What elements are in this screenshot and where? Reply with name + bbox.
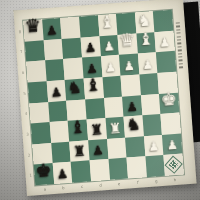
square-a2 <box>32 143 52 165</box>
photo-scene: ♛♟♝♞♟♟♛♝♟♟♟♟♟♟♞♝♟♚♝♜♜♞♜♟♟♟♚♟abcdefgh8765… <box>0 0 200 200</box>
square-h3 <box>161 113 181 135</box>
square-f6 <box>119 54 139 76</box>
square-d7 <box>80 36 100 58</box>
square-b5 <box>46 80 66 102</box>
square-a1 <box>34 163 54 185</box>
square-e5 <box>102 76 122 98</box>
square-c1 <box>71 161 91 183</box>
square-g4 <box>141 94 161 116</box>
rank-label-1: 1 <box>27 173 33 178</box>
square-h6 <box>156 51 176 73</box>
square-c7 <box>62 37 82 59</box>
square-d6 <box>82 56 102 78</box>
square-c3 <box>68 120 88 142</box>
square-f4 <box>122 95 142 117</box>
square-f1 <box>127 157 147 179</box>
square-d5 <box>83 77 103 99</box>
square-c8 <box>60 17 80 39</box>
rank-label-6: 6 <box>20 70 26 75</box>
chess-board-mat: ♛♟♝♞♟♟♛♝♟♟♟♟♟♟♞♝♟♚♝♜♜♞♜♟♟♟♚♟abcdefgh8765… <box>13 0 196 196</box>
file-label-b: b <box>54 185 73 191</box>
file-label-h: h <box>165 176 184 182</box>
square-e4 <box>104 96 124 118</box>
square-d8 <box>79 15 99 37</box>
square-g8 <box>135 11 155 33</box>
square-d1 <box>89 159 109 181</box>
square-d2 <box>88 139 108 161</box>
square-b4 <box>48 100 68 122</box>
square-f8 <box>116 13 136 35</box>
rank-label-4: 4 <box>23 111 29 116</box>
square-g3 <box>142 114 162 136</box>
square-a4 <box>29 102 49 124</box>
square-c4 <box>66 99 86 121</box>
square-g6 <box>138 52 158 74</box>
square-b2 <box>51 141 71 163</box>
square-e3 <box>105 117 125 139</box>
square-c2 <box>69 140 89 162</box>
square-d3 <box>86 118 106 140</box>
file-label-a: a <box>35 186 54 192</box>
rank-label-5: 5 <box>21 90 27 95</box>
square-g1 <box>145 155 165 177</box>
square-a6 <box>26 61 46 83</box>
file-label-f: f <box>128 179 147 185</box>
square-a7 <box>25 40 45 62</box>
square-h1 <box>164 154 184 176</box>
square-g2 <box>144 135 164 157</box>
square-h5 <box>158 72 178 94</box>
square-d4 <box>85 98 105 120</box>
square-g5 <box>139 73 159 95</box>
square-e6 <box>101 55 121 77</box>
rank-label-3: 3 <box>24 131 30 136</box>
square-b8 <box>42 18 62 40</box>
square-e2 <box>107 137 127 159</box>
rank-label-8: 8 <box>17 29 23 34</box>
square-g7 <box>136 32 156 54</box>
square-c6 <box>63 58 83 80</box>
square-h8 <box>153 10 173 32</box>
square-f3 <box>124 115 144 137</box>
square-a3 <box>31 122 51 144</box>
square-h4 <box>159 92 179 114</box>
square-e1 <box>108 158 128 180</box>
square-f5 <box>121 74 141 96</box>
square-h2 <box>162 133 182 155</box>
square-h7 <box>155 30 175 52</box>
square-f7 <box>118 33 138 55</box>
rank-label-7: 7 <box>18 49 24 54</box>
file-label-d: d <box>91 182 110 188</box>
square-b7 <box>43 39 63 61</box>
square-b3 <box>49 121 69 143</box>
file-label-g: g <box>147 178 166 184</box>
square-f2 <box>125 136 145 158</box>
square-a5 <box>28 81 48 103</box>
square-e8 <box>97 14 117 36</box>
square-c5 <box>65 78 85 100</box>
chess-grid <box>23 10 184 185</box>
brand-text-illegible <box>176 22 183 68</box>
square-b6 <box>45 59 65 81</box>
square-e7 <box>99 35 119 57</box>
square-b1 <box>52 162 72 184</box>
rank-label-2: 2 <box>26 152 32 157</box>
file-label-c: c <box>73 183 92 189</box>
square-a8 <box>23 19 43 41</box>
file-label-e: e <box>110 181 129 187</box>
